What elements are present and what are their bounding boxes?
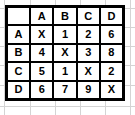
cell-c-b: 1 — [54, 63, 75, 79]
cell-c-c: X — [78, 63, 99, 79]
cell-b-a: 4 — [31, 45, 52, 61]
cell-c-d: 2 — [101, 63, 122, 79]
cell-a-d: 6 — [101, 26, 122, 42]
cell-a-b: 1 — [54, 26, 75, 42]
col-header-c: C — [78, 8, 99, 24]
gridline-vertical — [130, 0, 131, 115]
cell-b-b: X — [54, 45, 75, 61]
gridline-horizontal — [0, 106, 135, 107]
row-header-d: D — [8, 82, 29, 98]
col-header-a: A — [31, 8, 52, 24]
cell-c-a: 5 — [31, 63, 52, 79]
cell-d-c: 9 — [78, 82, 99, 98]
row-header-c: C — [8, 63, 29, 79]
cell-b-c: 3 — [78, 45, 99, 61]
spreadsheet-canvas: A B C D A X 1 2 6 B 4 X 3 8 C 5 1 X 2 D … — [0, 0, 135, 115]
row-header-a: A — [8, 26, 29, 42]
row-header-b: B — [8, 45, 29, 61]
col-header-b: B — [54, 8, 75, 24]
cell-a-a: X — [31, 26, 52, 42]
corner-cell — [8, 8, 29, 24]
cell-a-c: 2 — [78, 26, 99, 42]
cell-d-b: 7 — [54, 82, 75, 98]
cell-b-d: 8 — [101, 45, 122, 61]
col-header-d: D — [101, 8, 122, 24]
matrix-table: A B C D A X 1 2 6 B 4 X 3 8 C 5 1 X 2 D … — [5, 5, 125, 101]
cell-d-d: X — [101, 82, 122, 98]
cell-d-a: 6 — [31, 82, 52, 98]
